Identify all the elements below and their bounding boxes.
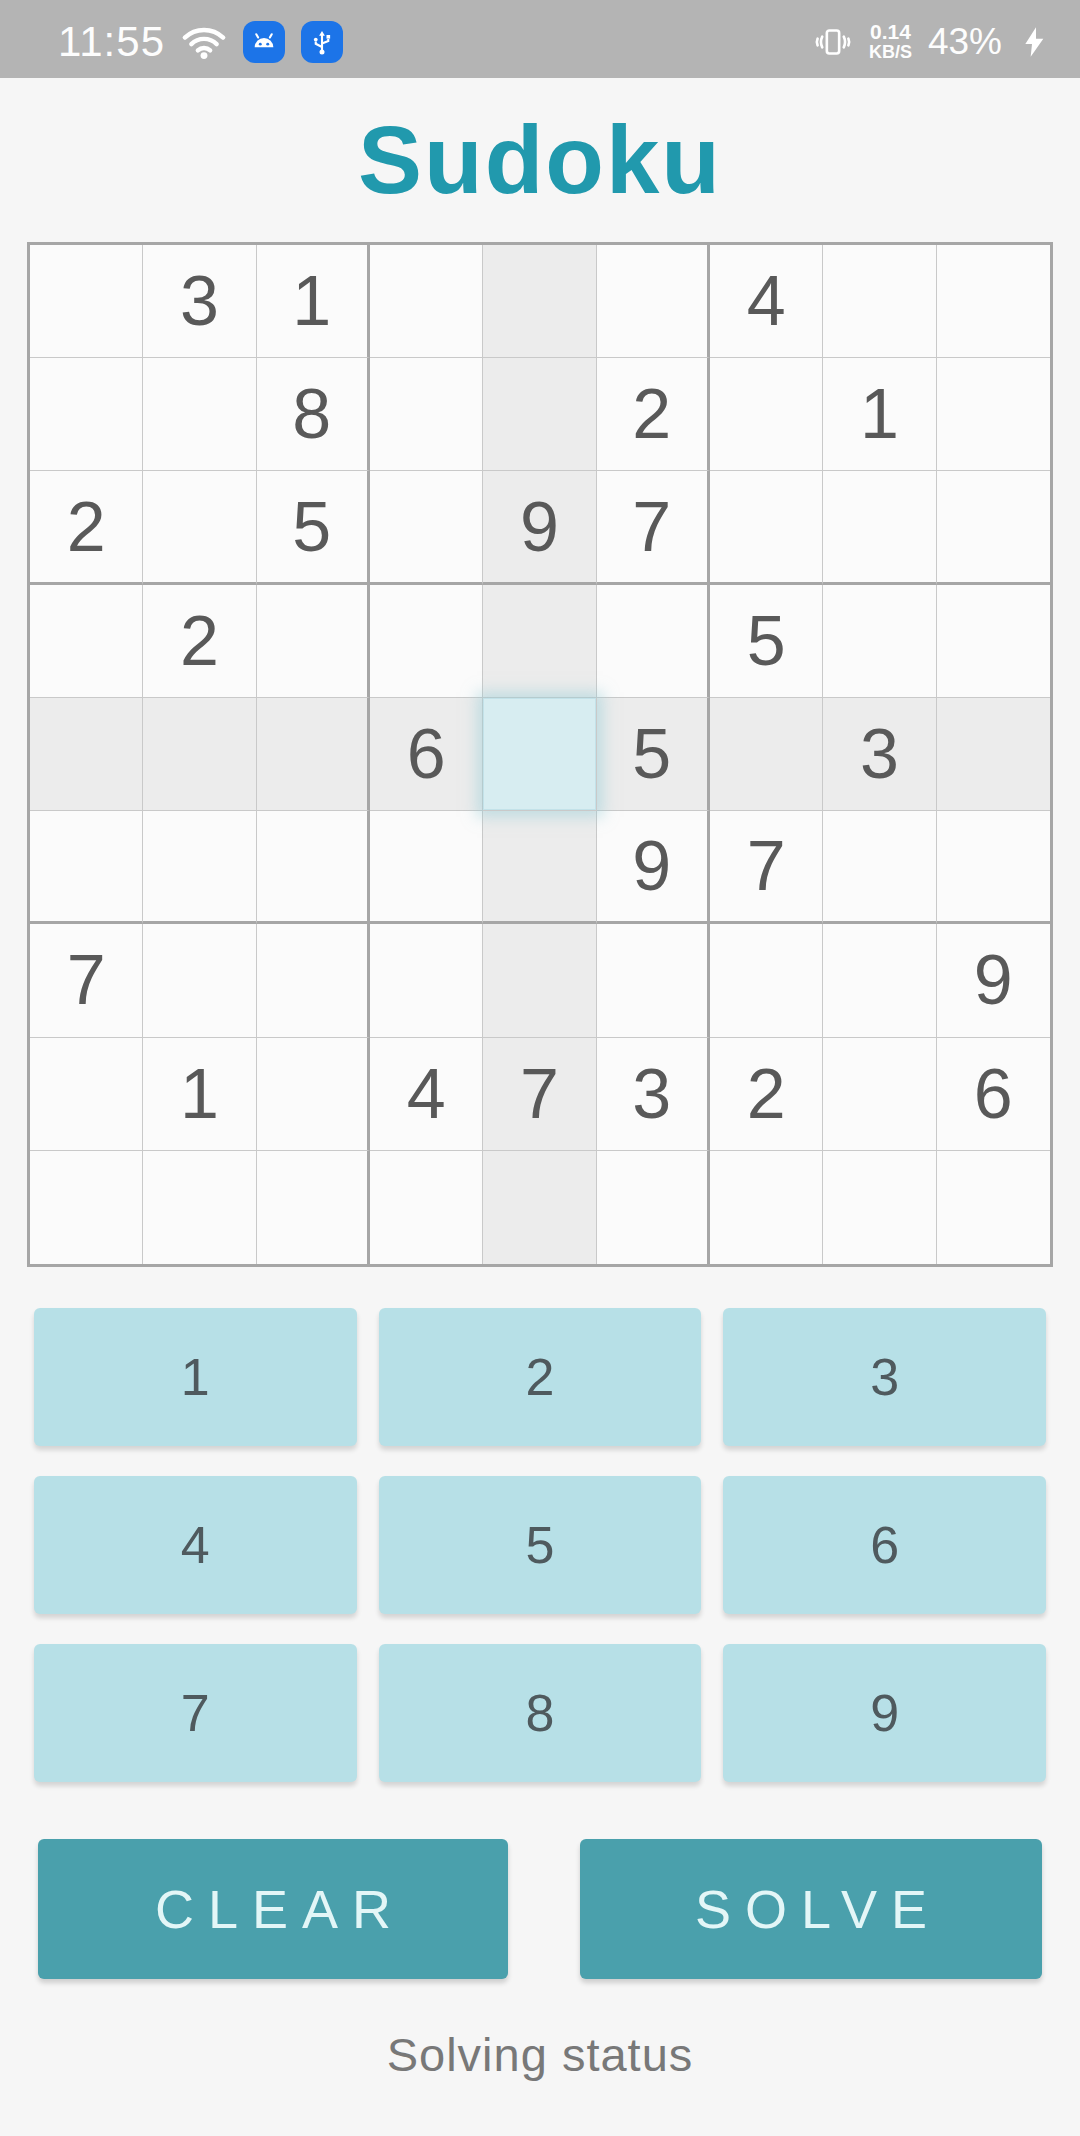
solving-status-text: Solving status (0, 2027, 1080, 2082)
board-cell-r1c8[interactable] (823, 245, 936, 358)
board-cell-r8c7[interactable]: 2 (710, 1038, 823, 1151)
board-cell-r5c5[interactable] (483, 698, 596, 811)
board-cell-r9c5[interactable] (483, 1151, 596, 1264)
clock-time: 11:55 (58, 18, 165, 66)
board-cell-r8c2[interactable]: 1 (143, 1038, 256, 1151)
clear-button[interactable]: CLEAR (38, 1839, 508, 1979)
board-cell-r7c4[interactable] (370, 924, 483, 1037)
board-cell-r6c5[interactable] (483, 811, 596, 924)
network-speed-value: 0.14 (870, 21, 911, 42)
board-cell-r9c7[interactable] (710, 1151, 823, 1264)
board-cell-r8c6[interactable]: 3 (597, 1038, 710, 1151)
board-cell-r1c4[interactable] (370, 245, 483, 358)
board-cell-r2c6[interactable]: 2 (597, 358, 710, 471)
board-cell-r6c8[interactable] (823, 811, 936, 924)
numpad-button-8[interactable]: 8 (379, 1644, 702, 1782)
board-cell-r3c8[interactable] (823, 471, 936, 584)
board-cell-r4c2[interactable]: 2 (143, 585, 256, 698)
board-cell-r5c4[interactable]: 6 (370, 698, 483, 811)
battery-percent: 43% (928, 21, 1002, 63)
board-cell-r5c7[interactable] (710, 698, 823, 811)
board-cell-r3c6[interactable]: 7 (597, 471, 710, 584)
board-cell-r1c6[interactable] (597, 245, 710, 358)
board-cell-r9c8[interactable] (823, 1151, 936, 1264)
board-cell-r2c1[interactable] (30, 358, 143, 471)
board-cell-r3c7[interactable] (710, 471, 823, 584)
board-cell-r4c6[interactable] (597, 585, 710, 698)
board-cell-r6c6[interactable]: 9 (597, 811, 710, 924)
sudoku-board: 3148212597256539779147326 (27, 242, 1053, 1267)
board-cell-r7c7[interactable] (710, 924, 823, 1037)
board-cell-r9c9[interactable] (937, 1151, 1050, 1264)
numpad-button-4[interactable]: 4 (34, 1476, 357, 1614)
board-cell-r2c9[interactable] (937, 358, 1050, 471)
board-cell-r4c4[interactable] (370, 585, 483, 698)
board-cell-r7c9[interactable]: 9 (937, 924, 1050, 1037)
board-cell-r2c2[interactable] (143, 358, 256, 471)
board-cell-r9c4[interactable] (370, 1151, 483, 1264)
numpad-button-9[interactable]: 9 (723, 1644, 1046, 1782)
status-bar: 11:55 (0, 0, 1080, 78)
board-cell-r8c9[interactable]: 6 (937, 1038, 1050, 1151)
board-cell-r4c9[interactable] (937, 585, 1050, 698)
board-cell-r4c5[interactable] (483, 585, 596, 698)
android-badge-icon (243, 21, 285, 63)
board-cell-r5c6[interactable]: 5 (597, 698, 710, 811)
charging-bolt-icon (1018, 22, 1050, 62)
board-cell-r4c8[interactable] (823, 585, 936, 698)
board-cell-r6c3[interactable] (257, 811, 370, 924)
number-pad: 123456789 (34, 1308, 1046, 1782)
wifi-icon (181, 23, 227, 61)
board-cell-r6c1[interactable] (30, 811, 143, 924)
board-cell-r9c3[interactable] (257, 1151, 370, 1264)
board-cell-r8c5[interactable]: 7 (483, 1038, 596, 1151)
board-cell-r5c9[interactable] (937, 698, 1050, 811)
solve-button[interactable]: SOLVE (580, 1839, 1042, 1979)
board-cell-r1c1[interactable] (30, 245, 143, 358)
board-cell-r2c4[interactable] (370, 358, 483, 471)
network-speed-unit: KB/S (869, 42, 912, 63)
board-cell-r3c3[interactable]: 5 (257, 471, 370, 584)
board-cell-r2c3[interactable]: 8 (257, 358, 370, 471)
numpad-button-3[interactable]: 3 (723, 1308, 1046, 1446)
board-cell-r1c9[interactable] (937, 245, 1050, 358)
board-cell-r4c3[interactable] (257, 585, 370, 698)
board-cell-r6c7[interactable]: 7 (710, 811, 823, 924)
board-cell-r8c3[interactable] (257, 1038, 370, 1151)
action-row: CLEAR SOLVE (38, 1839, 1042, 1979)
board-cell-r9c2[interactable] (143, 1151, 256, 1264)
board-cell-r6c4[interactable] (370, 811, 483, 924)
board-cell-r3c9[interactable] (937, 471, 1050, 584)
board-cell-r5c2[interactable] (143, 698, 256, 811)
board-cell-r2c7[interactable] (710, 358, 823, 471)
board-cell-r7c5[interactable] (483, 924, 596, 1037)
numpad-button-2[interactable]: 2 (379, 1308, 702, 1446)
board-cell-r1c2[interactable]: 3 (143, 245, 256, 358)
board-cell-r5c1[interactable] (30, 698, 143, 811)
numpad-button-7[interactable]: 7 (34, 1644, 357, 1782)
board-cell-r3c1[interactable]: 2 (30, 471, 143, 584)
usb-badge-icon (301, 21, 343, 63)
board-cell-r9c6[interactable] (597, 1151, 710, 1264)
board-cell-r7c3[interactable] (257, 924, 370, 1037)
board-cell-r1c7[interactable]: 4 (710, 245, 823, 358)
numpad-button-1[interactable]: 1 (34, 1308, 357, 1446)
board-cell-r6c9[interactable] (937, 811, 1050, 924)
board-cell-r8c4[interactable]: 4 (370, 1038, 483, 1151)
network-speed-indicator: 0.14 KB/S (869, 21, 912, 63)
board-cell-r8c1[interactable] (30, 1038, 143, 1151)
board-cell-r1c5[interactable] (483, 245, 596, 358)
board-cell-r6c2[interactable] (143, 811, 256, 924)
page-title: Sudoku (358, 105, 722, 215)
board-cell-r3c5[interactable]: 9 (483, 471, 596, 584)
board-cell-r2c8[interactable]: 1 (823, 358, 936, 471)
board-cell-r1c3[interactable]: 1 (257, 245, 370, 358)
board-cell-r2c5[interactable] (483, 358, 596, 471)
board-cell-r3c2[interactable] (143, 471, 256, 584)
board-cell-r3c4[interactable] (370, 471, 483, 584)
board-cell-r5c8[interactable]: 3 (823, 698, 936, 811)
board-cell-r4c1[interactable] (30, 585, 143, 698)
board-cell-r4c7[interactable]: 5 (710, 585, 823, 698)
numpad-button-6[interactable]: 6 (723, 1476, 1046, 1614)
vibrate-icon (813, 23, 853, 61)
board-cell-r5c3[interactable] (257, 698, 370, 811)
board-cell-r7c2[interactable] (143, 924, 256, 1037)
numpad-button-5[interactable]: 5 (379, 1476, 702, 1614)
board-cell-r7c1[interactable]: 7 (30, 924, 143, 1037)
board-cell-r9c1[interactable] (30, 1151, 143, 1264)
board-cell-r7c8[interactable] (823, 924, 936, 1037)
board-cell-r8c8[interactable] (823, 1038, 936, 1151)
board-cell-r7c6[interactable] (597, 924, 710, 1037)
